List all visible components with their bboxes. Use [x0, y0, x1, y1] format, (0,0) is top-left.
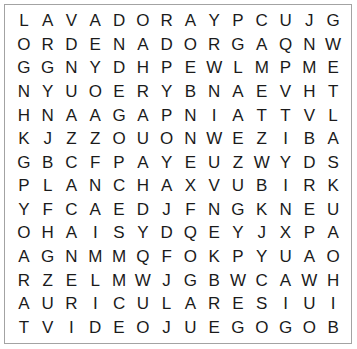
grid-cell-r2c2[interactable]: R [36, 33, 60, 57]
grid-cell-r12c1[interactable]: R [12, 268, 36, 292]
grid-cell-r7c13[interactable]: D [297, 150, 321, 174]
grid-cell-r8c13[interactable]: R [297, 174, 321, 198]
grid-cell-r13c10[interactable]: E [226, 292, 250, 316]
grid-cell-r4c8[interactable]: B [179, 80, 203, 104]
grid-cell-r1c2[interactable]: A [36, 9, 60, 33]
grid-cell-r8c10[interactable]: U [226, 174, 250, 198]
grid-cell-r11c6[interactable]: Q [131, 245, 155, 269]
grid-cell-r3c5[interactable]: D [107, 56, 131, 80]
grid-cell-r3c13[interactable]: M [297, 56, 321, 80]
grid-cell-r12c13[interactable]: W [297, 268, 321, 292]
grid-cell-r8c11[interactable]: B [250, 174, 274, 198]
grid-cell-r12c14[interactable]: H [321, 268, 345, 292]
grid-cell-r2c9[interactable]: R [202, 33, 226, 57]
grid-cell-r8c2[interactable]: L [36, 174, 60, 198]
grid-cell-r10c5[interactable]: S [107, 221, 131, 245]
grid-cell-r3c2[interactable]: G [36, 56, 60, 80]
grid-cell-r13c13[interactable]: U [297, 292, 321, 316]
grid-cell-r8c5[interactable]: C [107, 174, 131, 198]
grid-cell-r12c6[interactable]: W [131, 268, 155, 292]
grid-cell-r11c14[interactable]: O [321, 245, 345, 269]
grid-cell-r1c9[interactable]: Y [202, 9, 226, 33]
grid-cell-r5c7[interactable]: P [155, 103, 179, 127]
grid-cell-r14c12[interactable]: G [274, 315, 298, 339]
grid-cell-r12c9[interactable]: B [202, 268, 226, 292]
grid-cell-r10c3[interactable]: A [60, 221, 84, 245]
grid-cell-r1c4[interactable]: A [83, 9, 107, 33]
grid-cell-r4c12[interactable]: V [274, 80, 298, 104]
grid-cell-r14c6[interactable]: O [131, 315, 155, 339]
grid-cell-r11c8[interactable]: O [179, 245, 203, 269]
grid-cell-r14c9[interactable]: E [202, 315, 226, 339]
grid-cell-r4c1[interactable]: N [12, 80, 36, 104]
grid-cell-r6c14[interactable]: A [321, 127, 345, 151]
grid-cell-r1c3[interactable]: V [60, 9, 84, 33]
grid-cell-r14c8[interactable]: U [179, 315, 203, 339]
grid-cell-r13c3[interactable]: R [60, 292, 84, 316]
grid-cell-r14c2[interactable]: V [36, 315, 60, 339]
grid-cell-r9c3[interactable]: C [60, 198, 84, 222]
grid-cell-r13c4[interactable]: I [83, 292, 107, 316]
grid-cell-r2c14[interactable]: W [321, 33, 345, 57]
grid-cell-r5c5[interactable]: G [107, 103, 131, 127]
grid-cell-r2c4[interactable]: E [83, 33, 107, 57]
grid-cell-r9c6[interactable]: D [131, 198, 155, 222]
grid-cell-r9c9[interactable]: N [202, 198, 226, 222]
grid-cell-r13c8[interactable]: A [179, 292, 203, 316]
grid-cell-r3c9[interactable]: W [202, 56, 226, 80]
grid-cell-r7c14[interactable]: S [321, 150, 345, 174]
grid-cell-r12c3[interactable]: E [60, 268, 84, 292]
grid-cell-r2c1[interactable]: O [12, 33, 36, 57]
grid-cell-r12c4[interactable]: L [83, 268, 107, 292]
grid-cell-r5c2[interactable]: N [36, 103, 60, 127]
grid-cell-r13c2[interactable]: U [36, 292, 60, 316]
grid-cell-r3c12[interactable]: P [274, 56, 298, 80]
grid-cell-r13c6[interactable]: U [131, 292, 155, 316]
grid-cell-r5c3[interactable]: A [60, 103, 84, 127]
grid-cell-r1c10[interactable]: P [226, 9, 250, 33]
grid-cell-r12c2[interactable]: Z [36, 268, 60, 292]
grid-cell-r9c13[interactable]: E [297, 198, 321, 222]
grid-cell-r5c11[interactable]: T [250, 103, 274, 127]
grid-cell-r4c6[interactable]: R [131, 80, 155, 104]
grid-cell-r11c4[interactable]: M [83, 245, 107, 269]
grid-cell-r10c7[interactable]: D [155, 221, 179, 245]
grid-cell-r9c10[interactable]: G [226, 198, 250, 222]
grid-cell-r10c1[interactable]: O [12, 221, 36, 245]
grid-cell-r11c10[interactable]: P [226, 245, 250, 269]
grid-cell-r1c5[interactable]: D [107, 9, 131, 33]
grid-cell-r3c8[interactable]: E [179, 56, 203, 80]
grid-cell-r4c7[interactable]: Y [155, 80, 179, 104]
grid-cell-r5c4[interactable]: A [83, 103, 107, 127]
grid-cell-r7c7[interactable]: Y [155, 150, 179, 174]
grid-cell-r4c9[interactable]: N [202, 80, 226, 104]
grid-cell-r8c8[interactable]: X [179, 174, 203, 198]
grid-cell-r10c4[interactable]: I [83, 221, 107, 245]
grid-cell-r9c11[interactable]: K [250, 198, 274, 222]
grid-cell-r2c10[interactable]: G [226, 33, 250, 57]
grid-cell-r11c2[interactable]: G [36, 245, 60, 269]
grid-cell-r1c6[interactable]: O [131, 9, 155, 33]
grid-cell-r11c9[interactable]: K [202, 245, 226, 269]
grid-cell-r3c3[interactable]: N [60, 56, 84, 80]
grid-cell-r10c8[interactable]: Q [179, 221, 203, 245]
grid-cell-r6c5[interactable]: O [107, 127, 131, 151]
grid-cell-r6c7[interactable]: O [155, 127, 179, 151]
grid-cell-r5c1[interactable]: H [12, 103, 36, 127]
grid-cell-r2c5[interactable]: N [107, 33, 131, 57]
grid-cell-r6c4[interactable]: Z [83, 127, 107, 151]
grid-cell-r1c11[interactable]: C [250, 9, 274, 33]
grid-cell-r11c12[interactable]: U [274, 245, 298, 269]
grid-cell-r14c1[interactable]: T [12, 315, 36, 339]
grid-cell-r7c2[interactable]: B [36, 150, 60, 174]
grid-cell-r4c5[interactable]: E [107, 80, 131, 104]
grid-cell-r11c3[interactable]: N [60, 245, 84, 269]
grid-cell-r2c7[interactable]: D [155, 33, 179, 57]
grid-cell-r2c11[interactable]: A [250, 33, 274, 57]
grid-cell-r4c2[interactable]: Y [36, 80, 60, 104]
grid-cell-r6c1[interactable]: K [12, 127, 36, 151]
grid-cell-r11c13[interactable]: A [297, 245, 321, 269]
grid-cell-r8c1[interactable]: P [12, 174, 36, 198]
grid-cell-r13c7[interactable]: L [155, 292, 179, 316]
grid-cell-r9c12[interactable]: N [274, 198, 298, 222]
grid-cell-r5c10[interactable]: A [226, 103, 250, 127]
grid-cell-r5c9[interactable]: I [202, 103, 226, 127]
grid-cell-r2c8[interactable]: O [179, 33, 203, 57]
grid-cell-r8c9[interactable]: V [202, 174, 226, 198]
grid-cell-r10c9[interactable]: E [202, 221, 226, 245]
grid-cell-r4c11[interactable]: E [250, 80, 274, 104]
grid-cell-r14c5[interactable]: E [107, 315, 131, 339]
grid-cell-r5c6[interactable]: A [131, 103, 155, 127]
grid-cell-r6c6[interactable]: U [131, 127, 155, 151]
grid-cell-r10c10[interactable]: Y [226, 221, 250, 245]
grid-cell-r13c5[interactable]: C [107, 292, 131, 316]
grid-cell-r13c14[interactable]: I [321, 292, 345, 316]
grid-cell-r12c5[interactable]: M [107, 268, 131, 292]
grid-cell-r6c9[interactable]: W [202, 127, 226, 151]
grid-cell-r10c11[interactable]: J [250, 221, 274, 245]
grid-cell-r8c14[interactable]: K [321, 174, 345, 198]
grid-cell-r11c7[interactable]: F [155, 245, 179, 269]
grid-cell-r3c7[interactable]: P [155, 56, 179, 80]
grid-cell-r11c11[interactable]: Y [250, 245, 274, 269]
grid-cell-r7c10[interactable]: Z [226, 150, 250, 174]
grid-cell-r1c1[interactable]: L [12, 9, 36, 33]
grid-cell-r7c5[interactable]: P [107, 150, 131, 174]
grid-cell-r10c14[interactable]: A [321, 221, 345, 245]
grid-cell-r5c8[interactable]: N [179, 103, 203, 127]
grid-cell-r11c1[interactable]: A [12, 245, 36, 269]
grid-cell-r14c14[interactable]: B [321, 315, 345, 339]
grid-cell-r7c12[interactable]: Y [274, 150, 298, 174]
grid-cell-r9c14[interactable]: U [321, 198, 345, 222]
grid-cell-r12c11[interactable]: C [250, 268, 274, 292]
grid-cell-r9c8[interactable]: F [179, 198, 203, 222]
grid-cell-r14c10[interactable]: G [226, 315, 250, 339]
grid-cell-r10c6[interactable]: Y [131, 221, 155, 245]
grid-cell-r14c7[interactable]: J [155, 315, 179, 339]
grid-cell-r4c13[interactable]: H [297, 80, 321, 104]
grid-cell-r3c1[interactable]: G [12, 56, 36, 80]
grid-cell-r7c3[interactable]: C [60, 150, 84, 174]
grid-cell-r6c3[interactable]: Z [60, 127, 84, 151]
grid-cell-r1c7[interactable]: R [155, 9, 179, 33]
grid-cell-r9c1[interactable]: Y [12, 198, 36, 222]
grid-cell-r13c1[interactable]: A [12, 292, 36, 316]
grid-cell-r9c2[interactable]: F [36, 198, 60, 222]
grid-cell-r6c2[interactable]: J [36, 127, 60, 151]
grid-cell-r8c7[interactable]: A [155, 174, 179, 198]
grid-cell-r8c12[interactable]: I [274, 174, 298, 198]
grid-cell-r5c13[interactable]: V [297, 103, 321, 127]
grid-cell-r12c10[interactable]: W [226, 268, 250, 292]
grid-cell-r10c13[interactable]: P [297, 221, 321, 245]
grid-cell-r12c7[interactable]: J [155, 268, 179, 292]
grid-cell-r8c6[interactable]: H [131, 174, 155, 198]
grid-cell-r9c7[interactable]: J [155, 198, 179, 222]
grid-cell-r3c14[interactable]: E [321, 56, 345, 80]
grid-cell-r14c3[interactable]: I [60, 315, 84, 339]
grid-cell-r4c3[interactable]: U [60, 80, 84, 104]
grid-cell-r3c4[interactable]: Y [83, 56, 107, 80]
grid-cell-r9c4[interactable]: A [83, 198, 107, 222]
grid-cell-r6c8[interactable]: N [179, 127, 203, 151]
grid-cell-r6c10[interactable]: E [226, 127, 250, 151]
grid-cell-r14c13[interactable]: O [297, 315, 321, 339]
grid-cell-r7c8[interactable]: E [179, 150, 203, 174]
grid-cell-r4c14[interactable]: T [321, 80, 345, 104]
grid-cell-r1c12[interactable]: U [274, 9, 298, 33]
grid-cell-r8c4[interactable]: N [83, 174, 107, 198]
grid-cell-r13c11[interactable]: S [250, 292, 274, 316]
grid-cell-r10c2[interactable]: H [36, 221, 60, 245]
grid-cell-r8c3[interactable]: A [60, 174, 84, 198]
grid-cell-r5c14[interactable]: L [321, 103, 345, 127]
letter-grid: LAVADORAYPCUJGORDENADORGAQNWGGNYDHPEWLMP… [5, 5, 351, 343]
grid-cell-r3c11[interactable]: M [250, 56, 274, 80]
grid-cell-r4c10[interactable]: A [226, 80, 250, 104]
grid-cell-r3c6[interactable]: H [131, 56, 155, 80]
grid-cell-r6c11[interactable]: Z [250, 127, 274, 151]
grid-cell-r1c14[interactable]: G [321, 9, 345, 33]
grid-cell-r6c12[interactable]: I [274, 127, 298, 151]
word-search-board: LAVADORAYPCUJGORDENADORGAQNWGGNYDHPEWLMP… [4, 4, 352, 344]
grid-cell-r2c3[interactable]: D [60, 33, 84, 57]
grid-cell-r6c13[interactable]: B [297, 127, 321, 151]
grid-cell-r3c10[interactable]: L [226, 56, 250, 80]
grid-cell-r13c9[interactable]: R [202, 292, 226, 316]
grid-cell-r7c9[interactable]: U [202, 150, 226, 174]
grid-cell-r14c4[interactable]: D [83, 315, 107, 339]
grid-cell-r7c4[interactable]: F [83, 150, 107, 174]
grid-cell-r11c5[interactable]: M [107, 245, 131, 269]
grid-cell-r2c13[interactable]: N [297, 33, 321, 57]
grid-cell-r7c6[interactable]: A [131, 150, 155, 174]
grid-cell-r2c12[interactable]: Q [274, 33, 298, 57]
grid-cell-r1c8[interactable]: A [179, 9, 203, 33]
grid-cell-r9c5[interactable]: E [107, 198, 131, 222]
grid-cell-r2c6[interactable]: A [131, 33, 155, 57]
grid-cell-r12c8[interactable]: G [179, 268, 203, 292]
grid-cell-r1c13[interactable]: J [297, 9, 321, 33]
grid-cell-r7c1[interactable]: G [12, 150, 36, 174]
grid-cell-r5c12[interactable]: T [274, 103, 298, 127]
grid-cell-r12c12[interactable]: A [274, 268, 298, 292]
grid-cell-r10c12[interactable]: X [274, 221, 298, 245]
grid-cell-r7c11[interactable]: W [250, 150, 274, 174]
grid-cell-r4c4[interactable]: O [83, 80, 107, 104]
grid-cell-r14c11[interactable]: O [250, 315, 274, 339]
grid-cell-r13c12[interactable]: I [274, 292, 298, 316]
